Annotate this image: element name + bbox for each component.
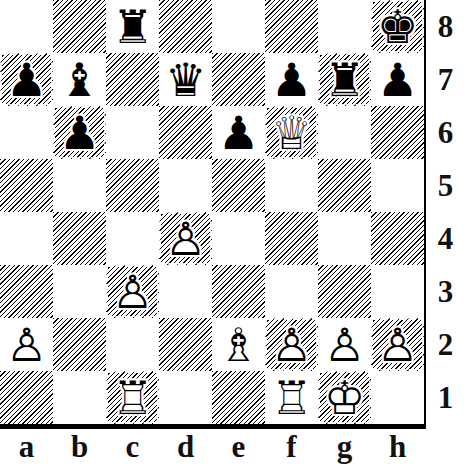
square-f3[interactable]	[265, 265, 318, 318]
white-pawn-outline-glyph: ♙	[0, 318, 53, 371]
white-rook-piece: ♜♖	[265, 371, 318, 424]
black-pawn-glyph: ♟	[371, 53, 424, 106]
square-f2[interactable]: ♟♙	[265, 318, 318, 371]
rank-label-6: 6	[426, 106, 465, 159]
black-pawn-piece: ♟	[265, 53, 318, 106]
square-a4[interactable]	[0, 212, 53, 265]
square-a1[interactable]	[0, 371, 53, 424]
square-f8[interactable]	[265, 0, 318, 53]
square-f5[interactable]	[265, 159, 318, 212]
square-g7[interactable]: ♜	[318, 53, 371, 106]
square-a7[interactable]: ♟	[0, 53, 53, 106]
rank-label-5: 5	[426, 159, 465, 212]
white-pawn-piece: ♟♙	[265, 318, 318, 371]
white-pawn-outline-glyph: ♙	[265, 318, 318, 371]
square-f6[interactable]: ♛♕	[265, 106, 318, 159]
square-a6[interactable]	[0, 106, 53, 159]
square-g4[interactable]	[318, 212, 371, 265]
square-a8[interactable]	[0, 0, 53, 53]
occupied-square-dashed-border	[106, 371, 159, 424]
occupied-square-dashed-border	[318, 53, 371, 106]
square-f4[interactable]	[265, 212, 318, 265]
white-pawn-outline-glyph: ♙	[318, 318, 371, 371]
square-e1[interactable]	[212, 371, 265, 424]
square-d2[interactable]	[159, 318, 212, 371]
square-b8[interactable]	[53, 0, 106, 53]
white-king-piece: ♚♔	[318, 371, 371, 424]
chess-board: ♜♚♟♝♛♟♜♟♟♟♛♕♟♙♟♙♟♙♝♗♟♙♟♙♟♙♜♖♜♖♚♔	[0, 0, 426, 429]
black-queen-piece: ♛	[159, 53, 212, 106]
square-c4[interactable]	[106, 212, 159, 265]
square-d6[interactable]	[159, 106, 212, 159]
square-e8[interactable]	[212, 0, 265, 53]
square-h6[interactable]	[371, 106, 424, 159]
white-rook-outline-glyph: ♖	[265, 371, 318, 424]
black-pawn-glyph: ♟	[212, 106, 265, 159]
square-e4[interactable]	[212, 212, 265, 265]
chess-diagram: ♜♚♟♝♛♟♜♟♟♟♛♕♟♙♟♙♟♙♝♗♟♙♟♙♟♙♜♖♜♖♚♔ 8765432…	[0, 0, 465, 464]
file-labels: abcdefgh	[0, 429, 424, 464]
square-g2[interactable]: ♟♙	[318, 318, 371, 371]
black-pawn-piece: ♟	[53, 106, 106, 159]
square-b2[interactable]	[53, 318, 106, 371]
occupied-square-dashed-border	[53, 106, 106, 159]
square-h5[interactable]	[371, 159, 424, 212]
white-rook-outline-glyph: ♖	[106, 371, 159, 424]
occupied-square-dashed-border	[371, 0, 424, 53]
square-h7[interactable]: ♟	[371, 53, 424, 106]
square-c6[interactable]	[106, 106, 159, 159]
square-d7[interactable]: ♛	[159, 53, 212, 106]
square-c8[interactable]: ♜	[106, 0, 159, 53]
square-e2[interactable]: ♝♗	[212, 318, 265, 371]
square-c5[interactable]	[106, 159, 159, 212]
square-c3[interactable]: ♟♙	[106, 265, 159, 318]
square-e5[interactable]	[212, 159, 265, 212]
occupied-square-dashed-border	[159, 212, 212, 265]
occupied-square-dashed-border	[265, 318, 318, 371]
white-pawn-glyph: ♟	[318, 318, 371, 371]
white-pawn-outline-glyph: ♙	[371, 318, 424, 371]
white-pawn-piece: ♟♙	[159, 212, 212, 265]
black-pawn-glyph: ♟	[53, 106, 106, 159]
square-g8[interactable]	[318, 0, 371, 53]
white-rook-glyph: ♜	[106, 371, 159, 424]
black-rook-piece: ♜	[318, 53, 371, 106]
white-bishop-outline-glyph: ♗	[212, 318, 265, 371]
square-b4[interactable]	[53, 212, 106, 265]
square-e7[interactable]	[212, 53, 265, 106]
rank-label-8: 8	[426, 0, 465, 53]
white-pawn-glyph: ♟	[0, 318, 53, 371]
white-rook-piece: ♜♖	[106, 371, 159, 424]
black-rook-piece: ♜	[106, 0, 159, 53]
file-label-b: b	[53, 429, 106, 464]
white-king-glyph: ♚	[318, 371, 371, 424]
black-pawn-piece: ♟	[212, 106, 265, 159]
white-pawn-outline-glyph: ♙	[159, 212, 212, 265]
square-f1[interactable]: ♜♖	[265, 371, 318, 424]
black-pawn-glyph: ♟	[265, 53, 318, 106]
black-king-glyph: ♚	[371, 0, 424, 53]
file-label-f: f	[265, 429, 318, 464]
white-pawn-piece: ♟♙	[371, 318, 424, 371]
black-rook-glyph: ♜	[318, 53, 371, 106]
white-queen-glyph: ♛	[265, 106, 318, 159]
white-bishop-glyph: ♝	[212, 318, 265, 371]
file-label-h: h	[371, 429, 424, 464]
square-f7[interactable]: ♟	[265, 53, 318, 106]
white-bishop-piece: ♝♗	[212, 318, 265, 371]
rank-label-3: 3	[426, 265, 465, 318]
black-king-piece: ♚	[371, 0, 424, 53]
white-pawn-glyph: ♟	[106, 265, 159, 318]
white-pawn-piece: ♟♙	[0, 318, 53, 371]
square-a5[interactable]	[0, 159, 53, 212]
square-b3[interactable]	[53, 265, 106, 318]
white-pawn-outline-glyph: ♙	[106, 265, 159, 318]
rank-label-7: 7	[426, 53, 465, 106]
square-d4[interactable]: ♟♙	[159, 212, 212, 265]
white-queen-piece: ♛♕	[265, 106, 318, 159]
black-pawn-piece: ♟	[0, 53, 53, 106]
file-label-c: c	[106, 429, 159, 464]
square-e6[interactable]: ♟	[212, 106, 265, 159]
square-b1[interactable]	[53, 371, 106, 424]
square-b5[interactable]	[53, 159, 106, 212]
white-pawn-glyph: ♟	[371, 318, 424, 371]
square-c2[interactable]	[106, 318, 159, 371]
white-king-outline-glyph: ♔	[318, 371, 371, 424]
square-d1[interactable]	[159, 371, 212, 424]
square-d5[interactable]	[159, 159, 212, 212]
occupied-square-dashed-border	[265, 106, 318, 159]
occupied-square-dashed-border	[318, 371, 371, 424]
square-h2[interactable]: ♟♙	[371, 318, 424, 371]
rank-label-2: 2	[426, 318, 465, 371]
rank-labels: 87654321	[426, 0, 465, 424]
white-pawn-glyph: ♟	[159, 212, 212, 265]
occupied-square-dashed-border	[106, 265, 159, 318]
file-label-g: g	[318, 429, 371, 464]
black-bishop-piece: ♝	[53, 53, 106, 106]
file-label-d: d	[159, 429, 212, 464]
black-bishop-glyph: ♝	[53, 53, 106, 106]
white-rook-glyph: ♜	[265, 371, 318, 424]
square-h4[interactable]	[371, 212, 424, 265]
square-d3[interactable]	[159, 265, 212, 318]
rank-label-4: 4	[426, 212, 465, 265]
rank-label-1: 1	[426, 371, 465, 424]
square-b7[interactable]: ♝	[53, 53, 106, 106]
square-h1[interactable]	[371, 371, 424, 424]
black-queen-glyph: ♛	[159, 53, 212, 106]
file-label-e: e	[212, 429, 265, 464]
square-h3[interactable]	[371, 265, 424, 318]
black-pawn-glyph: ♟	[0, 53, 53, 106]
black-pawn-piece: ♟	[371, 53, 424, 106]
white-pawn-piece: ♟♙	[106, 265, 159, 318]
square-a2[interactable]: ♟♙	[0, 318, 53, 371]
square-c1[interactable]: ♜♖	[106, 371, 159, 424]
square-b6[interactable]: ♟	[53, 106, 106, 159]
file-label-a: a	[0, 429, 53, 464]
square-g6[interactable]	[318, 106, 371, 159]
square-h8[interactable]: ♚	[371, 0, 424, 53]
square-g5[interactable]	[318, 159, 371, 212]
square-g1[interactable]: ♚♔	[318, 371, 371, 424]
black-rook-glyph: ♜	[106, 0, 159, 53]
square-d8[interactable]	[159, 0, 212, 53]
occupied-square-dashed-border	[371, 318, 424, 371]
white-queen-outline-glyph: ♕	[265, 106, 318, 159]
white-pawn-piece: ♟♙	[318, 318, 371, 371]
square-c7[interactable]	[106, 53, 159, 106]
square-g3[interactable]	[318, 265, 371, 318]
square-e3[interactable]	[212, 265, 265, 318]
white-pawn-glyph: ♟	[265, 318, 318, 371]
occupied-square-dashed-border	[0, 53, 53, 106]
square-a3[interactable]	[0, 265, 53, 318]
